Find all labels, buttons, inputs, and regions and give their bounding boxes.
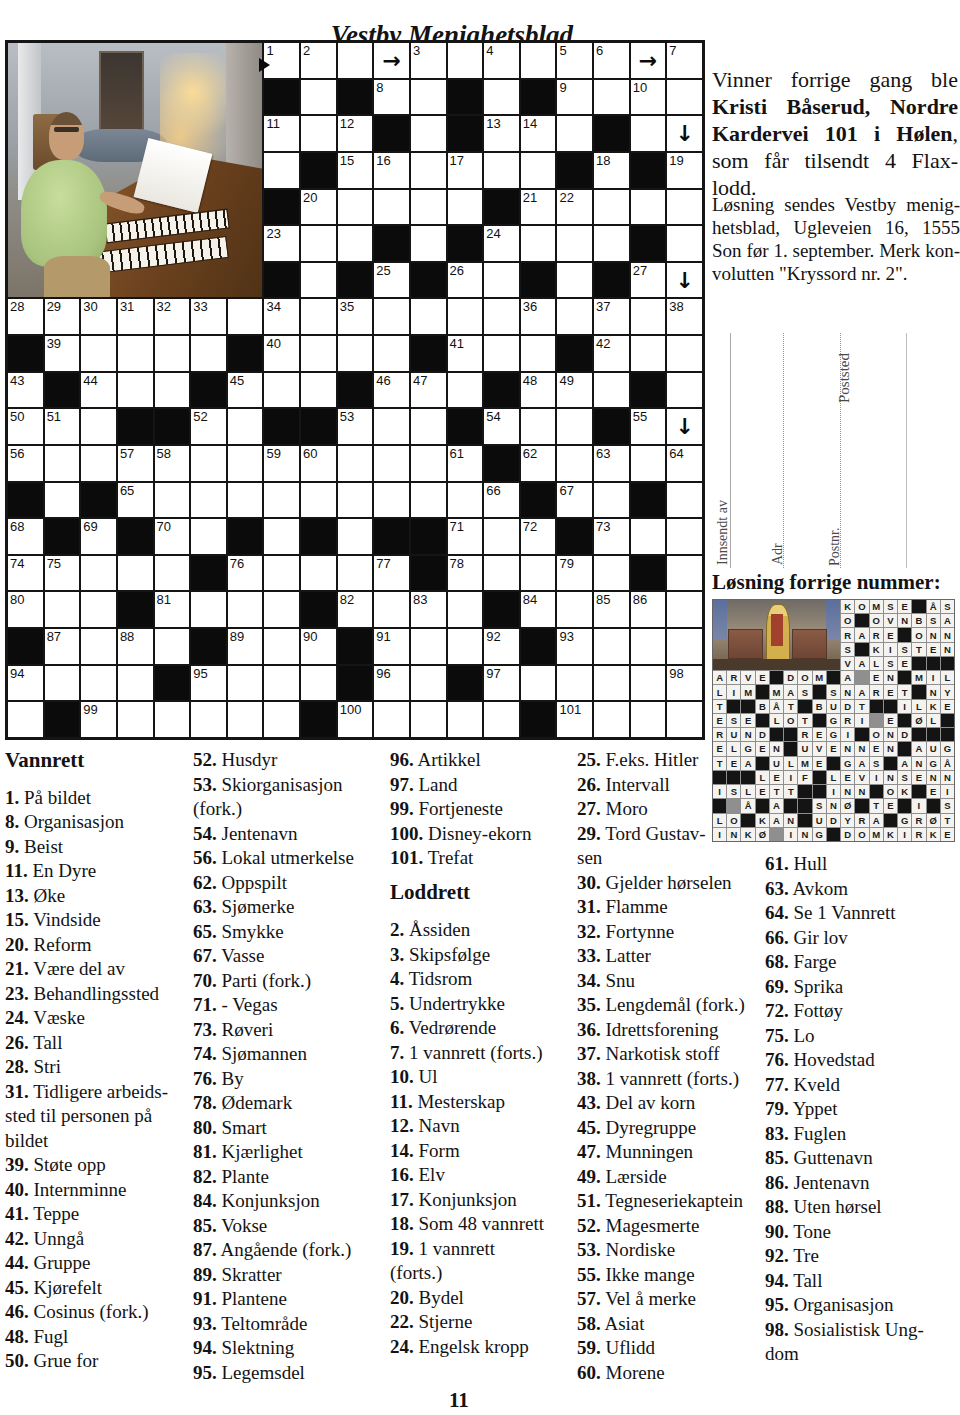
clue-item-number: 100. (390, 823, 423, 844)
clue-number: 48 (523, 373, 537, 388)
solution-letter-cell: N (841, 742, 854, 755)
clue-item-number: 44. (5, 1252, 29, 1273)
clue-number: 30 (83, 299, 97, 314)
solution-letter-cell: S (827, 685, 840, 698)
khaki-trousers (44, 256, 110, 297)
empty-cell (374, 190, 409, 225)
solution-letter-cell: A (841, 671, 854, 684)
black-cell (884, 757, 897, 770)
clue-item: 2. Åssiden (390, 918, 575, 943)
clue-item: 94. Tall (765, 1269, 960, 1294)
clue-item-number: 8. (5, 811, 19, 832)
solution-letter-cell: M (870, 600, 883, 613)
clue-number: 49 (559, 373, 573, 388)
clue-number: 39 (47, 336, 61, 351)
black-cell (521, 263, 556, 298)
black-cell (594, 116, 629, 151)
solution-letter-cell: D (756, 728, 769, 741)
clue-item: 35. Lengdemål (fork.) (577, 993, 769, 1018)
empty-cell (301, 226, 336, 261)
clue-item-number: 40. (5, 1179, 29, 1200)
black-cell (45, 702, 80, 737)
solution-letter-cell: M (813, 671, 826, 684)
clue-number: 92 (486, 629, 500, 644)
altar-table (713, 659, 840, 670)
clue-item: 89. Skratter (193, 1263, 385, 1288)
solution-letter-cell: E (941, 828, 954, 841)
altar-photo (713, 600, 840, 670)
solution-letter-cell: R (798, 728, 811, 741)
solution-letter-cell: A (941, 614, 954, 627)
empty-cell (301, 336, 336, 371)
clue-item: 100. Disney-ekorn (390, 822, 575, 847)
clue-item: 10. Ul (390, 1065, 575, 1090)
clue-number: 66 (486, 483, 500, 498)
numbered-cell: 23 (264, 226, 299, 261)
clue-item: 85. Guttenavn (765, 1146, 960, 1171)
clue-number: 53 (340, 409, 354, 424)
black-cell (301, 409, 336, 444)
solution-letter-cell: Y (941, 685, 954, 698)
across-start-arrow-icon (259, 58, 270, 72)
empty-cell (667, 592, 702, 627)
black-cell (798, 814, 811, 827)
solution-letter-cell: O (870, 728, 883, 741)
numbered-cell: 68 (8, 519, 43, 554)
empty-cell (484, 153, 519, 188)
submission-note: Løsning sendes Vestby menig- hetsblad, U… (712, 193, 960, 285)
solution-letter-cell: T (798, 714, 811, 727)
submission-line: Son før 1. september. Merk kon- (712, 239, 960, 262)
clue-item: 7. 1 vannrett (forts.) (390, 1041, 575, 1066)
empty-cell (301, 80, 336, 115)
arrow-right-cell: → (631, 43, 666, 78)
solution-letter-cell: I (870, 771, 883, 784)
numbered-cell: 90 (301, 629, 336, 664)
solution-letter-cell: S (884, 600, 897, 613)
empty-cell (448, 373, 483, 408)
numbered-cell: 17 (448, 153, 483, 188)
black-cell (898, 671, 911, 684)
clue-item: 14. Form (390, 1139, 575, 1164)
numbered-cell: 36 (521, 299, 556, 334)
clue-item: 11. Mesterskap (390, 1090, 575, 1115)
solution-letter-cell: O (912, 628, 925, 641)
empty-cell (448, 190, 483, 225)
photo-cell (855, 671, 868, 684)
clue-item-number: 21. (5, 958, 29, 979)
black-cell (8, 483, 43, 518)
empty-cell (484, 336, 519, 371)
clue-item: 77. Kveld (765, 1073, 960, 1098)
altarpiece-figure (771, 614, 782, 646)
black-cell (301, 153, 336, 188)
clue-number: 84 (523, 592, 537, 607)
black-cell (898, 742, 911, 755)
clue-number: 23 (266, 226, 280, 241)
black-cell (484, 190, 519, 225)
clue-column-5: 61. Hull63. Avkom64. Se 1 Vannrett66. Gi… (765, 852, 960, 1367)
clue-number: 36 (523, 299, 537, 314)
clue-item: 87. Angående (fork.) (193, 1238, 385, 1263)
empty-cell (155, 373, 190, 408)
empty-cell (411, 409, 446, 444)
numbered-cell: 96 (374, 666, 409, 701)
numbered-cell: 69 (81, 519, 116, 554)
clue-item-number: 63. (193, 896, 217, 917)
clue-number: 40 (266, 336, 280, 351)
black-cell (191, 373, 226, 408)
empty-cell (264, 556, 299, 591)
solution-letter-cell: V (884, 614, 897, 627)
solution-letter-cell: E (827, 742, 840, 755)
empty-cell (264, 666, 299, 701)
black-cell (374, 226, 409, 261)
clue-number: 60 (303, 446, 317, 461)
solution-letter-cell: N (941, 628, 954, 641)
clue-item-number: 82. (193, 1166, 217, 1187)
clue-number: 10 (633, 80, 647, 95)
empty-cell (228, 446, 263, 481)
solution-letter-cell: I (727, 685, 740, 698)
black-cell (411, 519, 446, 554)
clue-item-number: 85. (193, 1215, 217, 1236)
clue-item-number: 42. (5, 1228, 29, 1249)
arrow-right-cell: → (374, 43, 409, 78)
black-cell (912, 600, 925, 613)
solution-letter-cell: G (813, 828, 826, 841)
solution-letter-cell: F (798, 771, 811, 784)
clue-item-number: 66. (765, 927, 789, 948)
empty-cell (411, 190, 446, 225)
empty-cell (191, 519, 226, 554)
clue-item: 31. Flamme (577, 895, 769, 920)
empty-cell (411, 153, 446, 188)
empty-cell (264, 592, 299, 627)
clue-number: 45 (230, 373, 244, 388)
solution-letter-cell: I (827, 785, 840, 798)
clue-item: 41. Teppe (5, 1202, 190, 1227)
clue-item-number: 60. (577, 1362, 601, 1383)
numbered-cell: 81 (155, 592, 190, 627)
empty-cell (594, 483, 629, 518)
clue-item-number: 14. (390, 1140, 414, 1161)
clue-number: 46 (376, 373, 390, 388)
clue-number: 75 (47, 556, 61, 571)
clue-item-number: 3. (390, 944, 404, 965)
clue-item: 19. 1 vannrett (forts.) (390, 1237, 575, 1286)
empty-cell (411, 702, 446, 737)
black-cell (448, 80, 483, 115)
clue-number: 55 (633, 409, 647, 424)
clue-item-number: 15. (5, 909, 29, 930)
numbered-cell: 58 (155, 446, 190, 481)
clue-item: 25. F.eks. Hitler (577, 748, 769, 773)
clue-item: 40. Internminne (5, 1178, 190, 1203)
solution-letter-cell: E (756, 671, 769, 684)
empty-cell (191, 702, 226, 737)
empty-cell (264, 483, 299, 518)
clue-item: 57. Vel å merke (577, 1287, 769, 1312)
solution-letter-cell: A (855, 685, 868, 698)
solution-letter-cell: V (813, 742, 826, 755)
clue-item: 50. Grue for (5, 1349, 190, 1374)
solution-letter-cell: G (827, 728, 840, 741)
clue-item-number: 30. (577, 872, 601, 893)
numbered-cell: 49 (557, 373, 592, 408)
clue-item-number: 5. (390, 993, 404, 1014)
clue-item: 45. Kjørefelt (5, 1276, 190, 1301)
clue-item: 43. Del av korn (577, 1091, 769, 1116)
solution-letter-cell: E (941, 700, 954, 713)
clue-number: 47 (413, 373, 427, 388)
side-panel-right (792, 629, 827, 659)
empty-cell (411, 629, 446, 664)
solution-letter-cell: R (912, 828, 925, 841)
clue-number: 9 (559, 80, 566, 95)
clue-item: 94. Slektning (193, 1336, 385, 1361)
clue-item-number: 23. (5, 983, 29, 1004)
clue-item: 13. Øke (5, 884, 190, 909)
numbered-cell: 4 (484, 43, 519, 78)
numbered-cell: 22 (557, 190, 592, 225)
black-cell (448, 226, 483, 261)
numbered-cell: 46 (374, 373, 409, 408)
clue-item-number: 54. (193, 823, 217, 844)
clue-item: 58. Asiat (577, 1312, 769, 1337)
clue-list-heading: Vannrett (5, 748, 190, 773)
black-cell (631, 483, 666, 518)
clue-item: 101. Trefat (390, 846, 575, 871)
clue-number: 96 (376, 666, 390, 681)
empty-cell (264, 519, 299, 554)
black-cell (521, 483, 556, 518)
solution-letter-cell: S (927, 614, 940, 627)
empty-cell (338, 556, 373, 591)
clue-item: 99. Fortjeneste (390, 797, 575, 822)
solution-letter-cell: G (941, 742, 954, 755)
numbered-cell: 6 (594, 43, 629, 78)
clue-item-number: 75. (765, 1025, 789, 1046)
solution-letter-cell: O (841, 614, 854, 627)
black-cell (756, 685, 769, 698)
clue-item-number: 94. (765, 1270, 789, 1291)
page-number: 11 (449, 1388, 469, 1413)
black-cell (118, 409, 153, 444)
clue-item: 49. Lærside (577, 1165, 769, 1190)
clue-item: 1. På bildet (5, 786, 190, 811)
clue-item: 12. Navn (390, 1114, 575, 1139)
clue-number: 50 (10, 409, 24, 424)
clue-number: 15 (340, 153, 354, 168)
clue-item-number: 24. (390, 1336, 414, 1357)
clue-item-number: 64. (765, 902, 789, 923)
solution-letter-cell: L (927, 714, 940, 727)
solution-letter-cell: N (827, 799, 840, 812)
clue-item: 24. Engelsk kropp (390, 1335, 575, 1360)
clue-item-number: 92. (765, 1245, 789, 1266)
empty-cell (301, 299, 336, 334)
clue-item: 72. Fottøy (765, 999, 960, 1024)
numbered-cell: 97 (484, 666, 519, 701)
arrow-icon: ↓ (667, 263, 702, 298)
black-cell (884, 700, 897, 713)
clue-item: 46. Cosinus (fork.) (5, 1300, 190, 1325)
empty-cell (411, 483, 446, 518)
empty-cell (45, 666, 80, 701)
solution-heading: Løsning forrige nummer: (712, 570, 941, 595)
empty-cell (448, 592, 483, 627)
empty-cell (301, 263, 336, 298)
black-cell (484, 592, 519, 627)
empty-cell (374, 592, 409, 627)
clue-item-number: 97. (390, 774, 414, 795)
clue-number: 7 (669, 43, 676, 58)
black-cell (870, 785, 883, 798)
empty-cell (521, 409, 556, 444)
solution-letter-cell: E (884, 628, 897, 641)
empty-cell (155, 336, 190, 371)
clue-item: 95. Legemsdel (193, 1361, 385, 1386)
coupon-label-poststed: Poststed (836, 353, 853, 403)
clue-number: 77 (376, 556, 390, 571)
clue-number: 88 (120, 629, 134, 644)
clue-item: 63. Avkom (765, 877, 960, 902)
clue-item-number: 11. (390, 1091, 413, 1112)
solution-letter-cell: I (941, 785, 954, 798)
empty-cell (557, 409, 592, 444)
clue-column-vannrett: Vannrett1. På bildet8. Organisasjon9. Be… (5, 748, 190, 1374)
empty-cell (631, 666, 666, 701)
empty-cell (667, 226, 702, 261)
numbered-cell: 12 (338, 116, 373, 151)
clue-item: 92. Tre (765, 1244, 960, 1269)
numbered-cell: 86 (631, 592, 666, 627)
empty-cell (118, 336, 153, 371)
solution-letter-cell: G (898, 814, 911, 827)
clue-item: 76. By (193, 1067, 385, 1092)
black-cell (81, 483, 116, 518)
black-cell (521, 629, 556, 664)
numbered-cell: 50 (8, 409, 43, 444)
clue-item: 36. Idrettsforening (577, 1018, 769, 1043)
clue-number: 33 (193, 299, 207, 314)
solution-letter-cell: K (927, 828, 940, 841)
black-cell (912, 785, 925, 798)
coupon-label-adr: Adr (770, 543, 786, 565)
black-cell (798, 799, 811, 812)
solution-letter-cell: R (870, 685, 883, 698)
numbered-cell: 76 (228, 556, 263, 591)
clue-item: 52. Husdyr (193, 748, 385, 773)
solution-letter-cell: E (898, 657, 911, 670)
solution-letter-cell: N (941, 643, 954, 656)
solution-letter-cell: I (927, 671, 940, 684)
clue-number: 32 (157, 299, 171, 314)
clue-number: 24 (486, 226, 500, 241)
solution-letter-cell: K (841, 600, 854, 613)
empty-cell (155, 483, 190, 518)
clue-item: 20. Bydel (390, 1286, 575, 1311)
empty-cell (155, 702, 190, 737)
clue-number: 82 (340, 592, 354, 607)
numbered-cell: 64 (667, 446, 702, 481)
black-cell (338, 80, 373, 115)
arrow-icon: → (374, 43, 409, 78)
clue-number: 95 (193, 666, 207, 681)
clue-item: 65. Smykke (193, 920, 385, 945)
empty-cell (594, 226, 629, 261)
black-cell (448, 666, 483, 701)
solution-letter-cell: N (770, 742, 783, 755)
solution-letter-cell: I (884, 643, 897, 656)
clue-item-number: 89. (193, 1264, 217, 1285)
solution-letter-cell: B (912, 614, 925, 627)
solution-letter-cell: I (898, 700, 911, 713)
clue-number: 91 (376, 629, 390, 644)
glasses (54, 127, 79, 132)
clue-item: 79. Yppet (765, 1097, 960, 1122)
empty-cell (411, 80, 446, 115)
solution-letter-cell: L (713, 685, 726, 698)
numbered-cell: 85 (594, 592, 629, 627)
clue-item-number: 9. (5, 836, 19, 857)
empty-cell (338, 190, 373, 225)
solution-letter-cell: N (941, 771, 954, 784)
empty-cell (374, 483, 409, 518)
photo-cell (870, 714, 883, 727)
numbered-cell: 54 (484, 409, 519, 444)
black-cell (898, 714, 911, 727)
empty-cell (118, 666, 153, 701)
clue-number: 21 (523, 190, 537, 205)
clue-item: 39. Støte opp (5, 1153, 190, 1178)
empty-cell (191, 483, 226, 518)
clue-number: 14 (523, 116, 537, 131)
clue-item-number: 58. (577, 1313, 601, 1334)
black-cell (411, 556, 446, 591)
numbered-cell: 8 (374, 80, 409, 115)
black-cell (898, 628, 911, 641)
numbered-cell: 66 (484, 483, 519, 518)
clue-item: 91. Plantene (193, 1287, 385, 1312)
winner-name: Kristi Båserud, Nordre Kardervei 101 i H… (712, 94, 958, 146)
empty-cell (557, 446, 592, 481)
empty-cell (411, 666, 446, 701)
black-cell (264, 80, 299, 115)
black-cell (827, 757, 840, 770)
numbered-cell: 26 (448, 263, 483, 298)
clue-number: 6 (596, 43, 603, 58)
empty-cell (191, 592, 226, 627)
empty-cell (338, 226, 373, 261)
numbered-cell: 13 (484, 116, 519, 151)
black-cell (118, 519, 153, 554)
clue-item-number: 67. (193, 945, 217, 966)
solution-letter-cell: S (884, 657, 897, 670)
black-cell (784, 742, 797, 755)
numbered-cell: 47 (411, 373, 446, 408)
black-cell (798, 785, 811, 798)
solution-letter-cell: S (841, 643, 854, 656)
solution-letter-cell: D (898, 728, 911, 741)
clue-item-number: 20. (390, 1287, 414, 1308)
numbered-cell: 10 (631, 80, 666, 115)
empty-cell (484, 702, 519, 737)
clue-item-number: 35. (577, 994, 601, 1015)
solution-letter-cell: R (841, 628, 854, 641)
solution-letter-cell: E (741, 714, 754, 727)
